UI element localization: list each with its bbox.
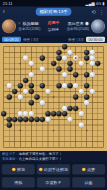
black-stone xyxy=(40,55,45,60)
black-stone xyxy=(67,106,72,111)
black-stone xyxy=(56,66,61,71)
action-button-认输[interactable]: 认输 xyxy=(72,177,105,187)
white-stone xyxy=(62,83,67,88)
black-stone xyxy=(62,44,67,49)
white-timer: 00:30:00 xyxy=(86,37,105,42)
white-stone xyxy=(40,66,45,71)
black-stone xyxy=(29,100,34,105)
black-stone xyxy=(34,117,39,122)
star-point xyxy=(86,63,88,65)
star-point xyxy=(53,130,55,132)
white-stone xyxy=(67,50,72,55)
black-stone xyxy=(73,72,78,77)
black-stone xyxy=(34,94,39,99)
action-panel: 鲜花给对手送鲜花点赞 悔棋申请数子认输 xyxy=(0,162,107,190)
status-icons: ▂▄▆ 4G ▮ xyxy=(86,1,105,6)
action-button-label: 悔棋 xyxy=(14,179,22,185)
black-stone xyxy=(84,72,89,77)
black-stone xyxy=(56,50,61,55)
grid-line-h xyxy=(4,147,104,148)
black-stone xyxy=(67,61,72,66)
black-stone xyxy=(12,117,17,122)
star-point xyxy=(86,130,88,132)
black-stone xyxy=(40,117,45,122)
black-stone xyxy=(84,50,89,55)
grid-line-v xyxy=(64,47,65,148)
action-button-label: 点赞 xyxy=(87,166,95,172)
white-stone xyxy=(84,100,89,105)
white-stone xyxy=(90,55,95,60)
white-stone xyxy=(79,111,84,116)
coin-icon xyxy=(39,167,43,171)
action-button-label: 申请数子 xyxy=(45,179,61,185)
black-stone xyxy=(40,83,45,88)
white-stone xyxy=(23,89,28,94)
action-button-label: 认输 xyxy=(85,179,93,185)
black-stone xyxy=(67,66,72,71)
chat-user-name: 天元老张： xyxy=(2,157,19,161)
black-stone xyxy=(12,89,17,94)
black-stone xyxy=(29,89,34,94)
game-status-center: 对局中 第89手 xyxy=(41,20,65,32)
white-stone xyxy=(29,72,34,77)
star-point xyxy=(19,130,21,132)
white-player-rank: 业余9D(2546) xyxy=(66,26,89,31)
black-stone xyxy=(7,117,12,122)
white-stone xyxy=(23,111,28,116)
players-panel: 棋乐融融 业余2D(1190) 对局中 第89手 黑白世界 业余9D(2546) xyxy=(0,17,107,36)
black-stone xyxy=(7,122,12,127)
action-button-label: 给对手送鲜花 xyxy=(44,166,68,172)
black-stone xyxy=(1,111,6,116)
star-point xyxy=(53,96,55,98)
black-stone xyxy=(29,83,34,88)
black-stone xyxy=(95,61,100,66)
chat-panel: 棋迷小子：这盘棋下得真精彩，学习了！天元老张：右上角的战斗太激烈了吧？！ xyxy=(0,151,107,162)
action-button-点赞[interactable]: 点赞 xyxy=(72,164,105,174)
white-stone xyxy=(62,106,67,111)
move-count: 第89手 xyxy=(41,27,65,32)
white-stone xyxy=(18,111,23,116)
chat-text: 右上角的战斗太激烈了吧？！ xyxy=(19,157,62,161)
white-avatar[interactable] xyxy=(91,19,105,33)
white-stone xyxy=(90,72,95,77)
white-player[interactable]: 黑白世界 业余9D(2546) xyxy=(66,19,105,33)
coin-icon xyxy=(12,167,16,171)
white-stone xyxy=(29,111,34,116)
white-stone xyxy=(45,89,50,94)
black-stone xyxy=(84,83,89,88)
chat-user-name: 棋迷小子： xyxy=(2,152,19,156)
action-button-鲜花[interactable]: 鲜花 xyxy=(2,164,35,174)
action-button-给对手送鲜花[interactable]: 给对手送鲜花 xyxy=(37,164,70,174)
white-stone xyxy=(73,83,78,88)
last-move-marker xyxy=(75,57,77,59)
white-stone xyxy=(62,72,67,77)
white-stone-icon xyxy=(85,22,89,26)
white-stone xyxy=(90,61,95,66)
app-screen: 21:11 ▂▄▆ 4G ▮ ‹ 精彩对局·13手 ⟲ ⋮ 棋乐融融 业余2D(… xyxy=(0,0,107,190)
status-bar: 21:11 ▂▄▆ 4G ▮ xyxy=(0,0,107,7)
chat-message: 天元老张：右上角的战斗太激烈了吧？！ xyxy=(2,157,105,161)
white-stone xyxy=(45,117,50,122)
white-stone xyxy=(79,122,84,127)
chat-message: 棋迷小子：这盘棋下得真精彩，学习了！ xyxy=(2,152,105,156)
chat-text: 这盘棋下得真精彩，学习了！ xyxy=(19,152,62,156)
black-stone xyxy=(73,106,78,111)
action-button-申请数子[interactable]: 申请数子 xyxy=(37,177,70,187)
white-stone xyxy=(67,117,72,122)
white-stone xyxy=(62,55,67,60)
star-point xyxy=(19,63,21,65)
black-stone xyxy=(7,94,12,99)
header: ‹ 精彩对局·13手 ⟲ ⋮ xyxy=(0,7,107,17)
coin-icon xyxy=(82,167,86,171)
white-stone xyxy=(79,89,84,94)
black-player[interactable]: 棋乐融融 业余2D(1190) xyxy=(2,19,41,33)
game-title-badge[interactable]: 精彩对局·13手 xyxy=(36,8,72,16)
black-stone xyxy=(23,117,28,122)
black-stone xyxy=(84,94,89,99)
timer-bar: 00:09:20 保留 | 3次 保留 | 3次 00:30:00 xyxy=(0,36,107,43)
game-status-text: 对局中 xyxy=(41,20,65,26)
black-stone xyxy=(56,111,61,116)
white-stone xyxy=(79,61,84,66)
action-button-label: 鲜花 xyxy=(17,166,25,172)
white-stone xyxy=(40,100,45,105)
black-stone xyxy=(29,117,34,122)
action-button-悔棋[interactable]: 悔棋 xyxy=(2,177,35,187)
back-icon[interactable]: ‹ xyxy=(3,8,5,16)
refresh-icon[interactable]: ⟲ xyxy=(91,8,95,14)
go-board[interactable] xyxy=(0,43,107,151)
white-stone xyxy=(23,55,28,60)
black-stone xyxy=(56,55,61,60)
black-stone xyxy=(62,111,67,116)
status-time: 21:11 xyxy=(3,1,13,6)
menu-icon[interactable]: ⋮ xyxy=(99,8,104,14)
black-stone-icon xyxy=(18,22,21,25)
black-stone xyxy=(18,117,23,122)
black-stone xyxy=(67,83,72,88)
black-stone xyxy=(18,83,23,88)
black-player-rank: 业余2D(1190) xyxy=(18,26,40,31)
black-stone xyxy=(56,83,61,88)
black-stone xyxy=(51,61,56,66)
grid-line-h xyxy=(4,125,104,126)
black-avatar[interactable] xyxy=(2,19,16,33)
black-stone xyxy=(73,94,78,99)
white-stone xyxy=(18,94,23,99)
white-stone xyxy=(90,50,95,55)
black-stone xyxy=(51,111,56,116)
white-stone xyxy=(7,83,12,88)
black-stone xyxy=(45,111,50,116)
black-stone xyxy=(84,55,89,60)
black-reserve: 保留 | 3次 xyxy=(23,37,39,42)
grid-line-h xyxy=(4,136,104,137)
white-stone xyxy=(29,61,34,66)
black-timer: 00:09:20 xyxy=(2,37,21,42)
white-stone xyxy=(73,55,78,60)
black-stone xyxy=(23,78,28,83)
white-reserve: 保留 | 3次 xyxy=(68,37,84,42)
white-stone xyxy=(90,89,95,94)
